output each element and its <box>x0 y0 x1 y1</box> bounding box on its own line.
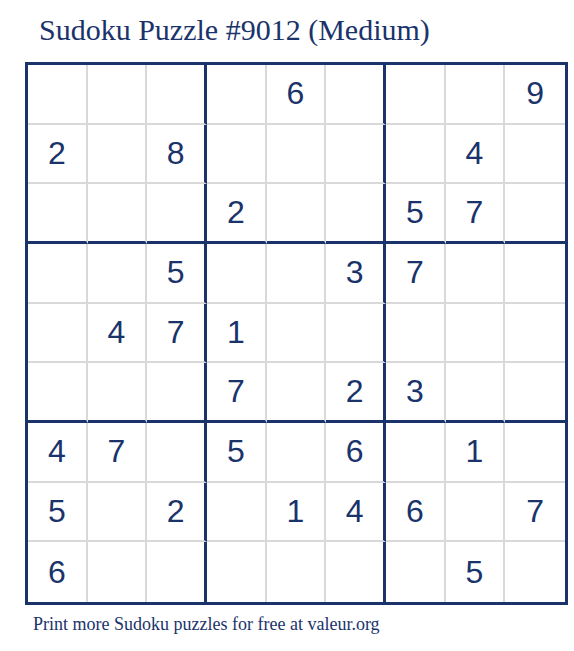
cell-r6c9 <box>505 363 565 423</box>
cell-r2c5 <box>267 125 327 185</box>
cell-r1c7 <box>386 65 446 125</box>
cell-r5c6 <box>326 304 386 364</box>
cell-r5c4: 1 <box>207 304 267 364</box>
cell-r2c8: 4 <box>446 125 506 185</box>
cell-r6c8 <box>446 363 506 423</box>
cell-r2c9 <box>505 125 565 185</box>
cell-r9c8: 5 <box>446 542 506 602</box>
cell-r5c9 <box>505 304 565 364</box>
cell-r3c3 <box>147 184 207 244</box>
cell-r5c1 <box>28 304 88 364</box>
footer-text: Print more Sudoku puzzles for free at va… <box>33 614 380 635</box>
cell-r8c5: 1 <box>267 483 327 543</box>
cell-r5c8 <box>446 304 506 364</box>
sudoku-board: 692842575374717234756152146765 <box>25 62 568 605</box>
cell-r2c1: 2 <box>28 125 88 185</box>
cell-r4c3: 5 <box>147 244 207 304</box>
cell-r9c1: 6 <box>28 542 88 602</box>
cell-r9c2 <box>88 542 148 602</box>
cell-r3c2 <box>88 184 148 244</box>
sudoku-page: Sudoku Puzzle #9012 (Medium) 69284257537… <box>0 0 574 651</box>
cell-r3c9 <box>505 184 565 244</box>
cell-r3c5 <box>267 184 327 244</box>
cell-r9c3 <box>147 542 207 602</box>
cell-r1c1 <box>28 65 88 125</box>
cell-r2c6 <box>326 125 386 185</box>
cell-r3c8: 7 <box>446 184 506 244</box>
cell-r5c2: 4 <box>88 304 148 364</box>
cell-r3c4: 2 <box>207 184 267 244</box>
cell-r8c8 <box>446 483 506 543</box>
cell-r6c4: 7 <box>207 363 267 423</box>
cell-r1c6 <box>326 65 386 125</box>
cell-r7c8: 1 <box>446 423 506 483</box>
cell-r6c5 <box>267 363 327 423</box>
cell-r8c1: 5 <box>28 483 88 543</box>
cell-r8c9: 7 <box>505 483 565 543</box>
cell-r5c7 <box>386 304 446 364</box>
cell-r4c5 <box>267 244 327 304</box>
page-title: Sudoku Puzzle #9012 (Medium) <box>39 13 430 48</box>
cell-r9c9 <box>505 542 565 602</box>
cell-r2c2 <box>88 125 148 185</box>
cell-r2c7 <box>386 125 446 185</box>
cell-r6c7: 3 <box>386 363 446 423</box>
cell-r7c2: 7 <box>88 423 148 483</box>
cell-r7c9 <box>505 423 565 483</box>
cell-r1c2 <box>88 65 148 125</box>
cell-r1c4 <box>207 65 267 125</box>
cell-r4c4 <box>207 244 267 304</box>
cell-r4c8 <box>446 244 506 304</box>
cell-r1c8 <box>446 65 506 125</box>
cell-r3c6 <box>326 184 386 244</box>
cell-r9c6 <box>326 542 386 602</box>
cell-r4c9 <box>505 244 565 304</box>
cell-r7c7 <box>386 423 446 483</box>
cell-r2c3: 8 <box>147 125 207 185</box>
cell-r6c2 <box>88 363 148 423</box>
cell-r7c4: 5 <box>207 423 267 483</box>
cell-r8c2 <box>88 483 148 543</box>
cell-r8c3: 2 <box>147 483 207 543</box>
cell-r2c4 <box>207 125 267 185</box>
cell-r5c3: 7 <box>147 304 207 364</box>
cell-r1c3 <box>147 65 207 125</box>
cell-r7c5 <box>267 423 327 483</box>
cell-r4c2 <box>88 244 148 304</box>
cell-r7c3 <box>147 423 207 483</box>
cell-r5c5 <box>267 304 327 364</box>
cell-r4c7: 7 <box>386 244 446 304</box>
cell-r6c6: 2 <box>326 363 386 423</box>
cell-r3c7: 5 <box>386 184 446 244</box>
cell-r3c1 <box>28 184 88 244</box>
cell-r8c4 <box>207 483 267 543</box>
cell-r1c9: 9 <box>505 65 565 125</box>
cell-r4c6: 3 <box>326 244 386 304</box>
cell-r7c6: 6 <box>326 423 386 483</box>
cell-r1c5: 6 <box>267 65 327 125</box>
cell-r4c1 <box>28 244 88 304</box>
cell-r6c1 <box>28 363 88 423</box>
cell-r8c7: 6 <box>386 483 446 543</box>
cell-r6c3 <box>147 363 207 423</box>
cell-r8c6: 4 <box>326 483 386 543</box>
cell-r7c1: 4 <box>28 423 88 483</box>
cell-r9c5 <box>267 542 327 602</box>
cell-r9c4 <box>207 542 267 602</box>
cell-r9c7 <box>386 542 446 602</box>
